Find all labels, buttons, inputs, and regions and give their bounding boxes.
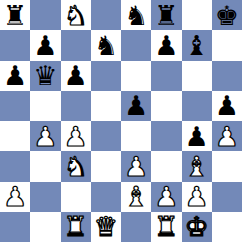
black-pawn-piece[interactable]: ♟ xyxy=(154,32,178,59)
square-a3[interactable] xyxy=(0,151,30,181)
white-knight-piece[interactable]: ♞ xyxy=(64,2,88,29)
square-b7[interactable]: ♟ xyxy=(30,30,60,60)
square-b6[interactable]: ♛ xyxy=(30,61,60,91)
square-h5[interactable]: ♟ xyxy=(212,91,242,121)
square-f5[interactable] xyxy=(151,91,181,121)
square-f7[interactable]: ♟ xyxy=(151,30,181,60)
square-c6[interactable]: ♟ xyxy=(61,61,91,91)
square-g2[interactable]: ♟ xyxy=(182,182,212,212)
black-pawn-piece[interactable]: ♟ xyxy=(64,62,88,89)
black-bishop-piece[interactable]: ♝ xyxy=(185,32,209,59)
square-h1[interactable] xyxy=(212,212,242,242)
white-bishop-piece[interactable]: ♝ xyxy=(185,153,209,180)
square-b8[interactable] xyxy=(30,0,60,30)
square-d2[interactable] xyxy=(91,182,121,212)
square-h8[interactable]: ♚ xyxy=(212,0,242,30)
square-f1[interactable]: ♜ xyxy=(151,212,181,242)
square-g1[interactable]: ♚ xyxy=(182,212,212,242)
square-f3[interactable] xyxy=(151,151,181,181)
square-c1[interactable]: ♜ xyxy=(61,212,91,242)
square-h7[interactable] xyxy=(212,30,242,60)
square-e7[interactable] xyxy=(121,30,151,60)
square-a6[interactable]: ♟ xyxy=(0,61,30,91)
square-h3[interactable] xyxy=(212,151,242,181)
black-king-piece[interactable]: ♚ xyxy=(215,2,239,29)
square-d3[interactable] xyxy=(91,151,121,181)
black-queen-piece[interactable]: ♛ xyxy=(33,62,57,89)
square-c3[interactable]: ♞ xyxy=(61,151,91,181)
square-f2[interactable]: ♟ xyxy=(151,182,181,212)
white-pawn-piece[interactable]: ♟ xyxy=(185,183,209,210)
white-pawn-piece[interactable]: ♟ xyxy=(64,123,88,150)
square-b5[interactable] xyxy=(30,91,60,121)
square-a4[interactable] xyxy=(0,121,30,151)
white-rook-piece[interactable]: ♜ xyxy=(64,213,88,240)
black-knight-piece[interactable]: ♞ xyxy=(124,2,148,29)
white-pawn-piece[interactable]: ♟ xyxy=(215,123,239,150)
black-pawn-piece[interactable]: ♟ xyxy=(185,123,209,150)
square-e6[interactable] xyxy=(121,61,151,91)
square-e5[interactable]: ♟ xyxy=(121,91,151,121)
square-h4[interactable]: ♟ xyxy=(212,121,242,151)
square-h6[interactable] xyxy=(212,61,242,91)
square-g8[interactable] xyxy=(182,0,212,30)
square-c8[interactable]: ♞ xyxy=(61,0,91,30)
square-f8[interactable]: ♜ xyxy=(151,0,181,30)
square-d1[interactable]: ♛ xyxy=(91,212,121,242)
square-f4[interactable] xyxy=(151,121,181,151)
square-h2[interactable] xyxy=(212,182,242,212)
square-g4[interactable]: ♟ xyxy=(182,121,212,151)
square-d4[interactable] xyxy=(91,121,121,151)
white-pawn-piece[interactable]: ♟ xyxy=(3,183,27,210)
black-knight-piece[interactable]: ♞ xyxy=(94,32,118,59)
black-pawn-piece[interactable]: ♟ xyxy=(124,92,148,119)
square-a8[interactable]: ♜ xyxy=(0,0,30,30)
square-b4[interactable]: ♟ xyxy=(30,121,60,151)
black-pawn-piece[interactable]: ♟ xyxy=(33,32,57,59)
square-a7[interactable] xyxy=(0,30,30,60)
square-c5[interactable] xyxy=(61,91,91,121)
square-a1[interactable] xyxy=(0,212,30,242)
square-e8[interactable]: ♞ xyxy=(121,0,151,30)
square-e4[interactable] xyxy=(121,121,151,151)
white-queen-piece[interactable]: ♛ xyxy=(94,213,118,240)
black-rook-piece[interactable]: ♜ xyxy=(154,2,178,29)
square-g5[interactable] xyxy=(182,91,212,121)
square-g7[interactable]: ♝ xyxy=(182,30,212,60)
white-bishop-piece[interactable]: ♝ xyxy=(124,183,148,210)
square-e1[interactable] xyxy=(121,212,151,242)
square-d5[interactable] xyxy=(91,91,121,121)
square-a5[interactable] xyxy=(0,91,30,121)
square-f6[interactable] xyxy=(151,61,181,91)
square-g3[interactable]: ♝ xyxy=(182,151,212,181)
square-g6[interactable] xyxy=(182,61,212,91)
square-b1[interactable] xyxy=(30,212,60,242)
square-c2[interactable] xyxy=(61,182,91,212)
white-rook-piece[interactable]: ♜ xyxy=(154,213,178,240)
square-e2[interactable]: ♝ xyxy=(121,182,151,212)
white-pawn-piece[interactable]: ♟ xyxy=(154,183,178,210)
black-pawn-piece[interactable]: ♟ xyxy=(3,62,27,89)
square-d7[interactable]: ♞ xyxy=(91,30,121,60)
chess-board: ♜♞♞♜♚♟♞♟♝♟♛♟♟♟♟♟♟♟♞♟♝♟♝♟♟♜♛♜♚ xyxy=(0,0,242,242)
square-c4[interactable]: ♟ xyxy=(61,121,91,151)
black-rook-piece[interactable]: ♜ xyxy=(3,2,27,29)
black-pawn-piece[interactable]: ♟ xyxy=(215,92,239,119)
square-d6[interactable] xyxy=(91,61,121,91)
square-e3[interactable]: ♟ xyxy=(121,151,151,181)
white-king-piece[interactable]: ♚ xyxy=(185,213,209,240)
square-d8[interactable] xyxy=(91,0,121,30)
white-pawn-piece[interactable]: ♟ xyxy=(33,123,57,150)
square-c7[interactable] xyxy=(61,30,91,60)
white-pawn-piece[interactable]: ♟ xyxy=(124,153,148,180)
square-b2[interactable] xyxy=(30,182,60,212)
square-a2[interactable]: ♟ xyxy=(0,182,30,212)
white-knight-piece[interactable]: ♞ xyxy=(64,153,88,180)
square-b3[interactable] xyxy=(30,151,60,181)
